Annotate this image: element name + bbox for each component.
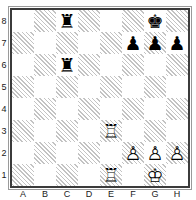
square-b1[interactable]	[34, 164, 56, 186]
file-label-e: E	[100, 189, 122, 200]
rank-label-5: 5	[0, 76, 8, 98]
white-rook: ♖	[100, 164, 122, 186]
square-f8[interactable]	[122, 10, 144, 32]
square-a6[interactable]	[12, 54, 34, 76]
square-f7[interactable]: ♟	[122, 32, 144, 54]
square-a8[interactable]	[12, 10, 34, 32]
square-e3[interactable]: ♜♖	[100, 120, 122, 142]
square-c3[interactable]	[56, 120, 78, 142]
chess-board: ♜♚♟♟♟♜♜♖♟♙♟♙♟♙♜♖♚♔	[12, 10, 188, 186]
file-label-g: G	[144, 189, 166, 200]
black-king: ♚	[144, 10, 166, 32]
black-pawn: ♟	[144, 32, 166, 54]
square-e5[interactable]	[100, 76, 122, 98]
square-g5[interactable]	[144, 76, 166, 98]
rank-label-3: 3	[0, 120, 8, 142]
square-e7[interactable]	[100, 32, 122, 54]
square-e1[interactable]: ♜♖	[100, 164, 122, 186]
board-border: ♜♚♟♟♟♜♜♖♟♙♟♙♟♙♜♖♚♔	[10, 8, 190, 188]
board-frame: ♜♚♟♟♟♜♜♖♟♙♟♙♟♙♜♖♚♔	[8, 6, 192, 190]
square-c6[interactable]: ♜	[56, 54, 78, 76]
rank-label-8: 8	[0, 10, 8, 32]
square-h2[interactable]: ♟♙	[166, 142, 188, 164]
black-rook: ♜	[56, 10, 78, 32]
square-b3[interactable]	[34, 120, 56, 142]
square-d8[interactable]	[78, 10, 100, 32]
square-d4[interactable]	[78, 98, 100, 120]
square-a4[interactable]	[12, 98, 34, 120]
square-g2[interactable]: ♟♙	[144, 142, 166, 164]
file-labels: ABCDEFGH	[12, 189, 188, 200]
square-f5[interactable]	[122, 76, 144, 98]
square-a1[interactable]	[12, 164, 34, 186]
file-label-b: B	[34, 189, 56, 200]
square-h3[interactable]	[166, 120, 188, 142]
rank-label-6: 6	[0, 54, 8, 76]
black-pawn: ♟	[122, 32, 144, 54]
chess-diagram: 87654321 ♜♚♟♟♟♜♜♖♟♙♟♙♟♙♜♖♚♔ ABCDEFGH	[0, 0, 196, 200]
square-f3[interactable]	[122, 120, 144, 142]
square-c5[interactable]	[56, 76, 78, 98]
square-c1[interactable]	[56, 164, 78, 186]
square-d7[interactable]	[78, 32, 100, 54]
square-b7[interactable]	[34, 32, 56, 54]
square-c2[interactable]	[56, 142, 78, 164]
square-e8[interactable]	[100, 10, 122, 32]
rank-label-4: 4	[0, 98, 8, 120]
square-d3[interactable]	[78, 120, 100, 142]
square-f6[interactable]	[122, 54, 144, 76]
white-pawn: ♙	[122, 142, 144, 164]
file-label-d: D	[78, 189, 100, 200]
black-rook: ♜	[56, 54, 78, 76]
rank-label-7: 7	[0, 32, 8, 54]
square-a2[interactable]	[12, 142, 34, 164]
square-d1[interactable]	[78, 164, 100, 186]
rank-label-2: 2	[0, 142, 8, 164]
square-a7[interactable]	[12, 32, 34, 54]
square-h4[interactable]	[166, 98, 188, 120]
square-f2[interactable]: ♟♙	[122, 142, 144, 164]
square-h5[interactable]	[166, 76, 188, 98]
black-pawn: ♟	[166, 32, 188, 54]
rank-label-1: 1	[0, 164, 8, 186]
white-rook: ♖	[100, 120, 122, 142]
square-g8[interactable]: ♚	[144, 10, 166, 32]
white-pawn: ♙	[166, 142, 188, 164]
square-c8[interactable]: ♜	[56, 10, 78, 32]
white-pawn: ♙	[144, 142, 166, 164]
square-f1[interactable]	[122, 164, 144, 186]
white-king: ♔	[144, 164, 166, 186]
square-g7[interactable]: ♟	[144, 32, 166, 54]
file-label-a: A	[12, 189, 34, 200]
square-g1[interactable]: ♚♔	[144, 164, 166, 186]
square-e6[interactable]	[100, 54, 122, 76]
square-e4[interactable]	[100, 98, 122, 120]
square-b8[interactable]	[34, 10, 56, 32]
square-h6[interactable]	[166, 54, 188, 76]
square-b4[interactable]	[34, 98, 56, 120]
square-h1[interactable]	[166, 164, 188, 186]
square-d2[interactable]	[78, 142, 100, 164]
file-label-c: C	[56, 189, 78, 200]
file-label-h: H	[166, 189, 188, 200]
square-a5[interactable]	[12, 76, 34, 98]
square-g4[interactable]	[144, 98, 166, 120]
square-d5[interactable]	[78, 76, 100, 98]
square-c7[interactable]	[56, 32, 78, 54]
square-c4[interactable]	[56, 98, 78, 120]
square-h7[interactable]: ♟	[166, 32, 188, 54]
square-h8[interactable]	[166, 10, 188, 32]
rank-labels: 87654321	[0, 10, 8, 186]
square-g6[interactable]	[144, 54, 166, 76]
square-f4[interactable]	[122, 98, 144, 120]
square-d6[interactable]	[78, 54, 100, 76]
square-b2[interactable]	[34, 142, 56, 164]
file-label-f: F	[122, 189, 144, 200]
square-a3[interactable]	[12, 120, 34, 142]
square-b6[interactable]	[34, 54, 56, 76]
square-b5[interactable]	[34, 76, 56, 98]
square-g3[interactable]	[144, 120, 166, 142]
square-e2[interactable]	[100, 142, 122, 164]
